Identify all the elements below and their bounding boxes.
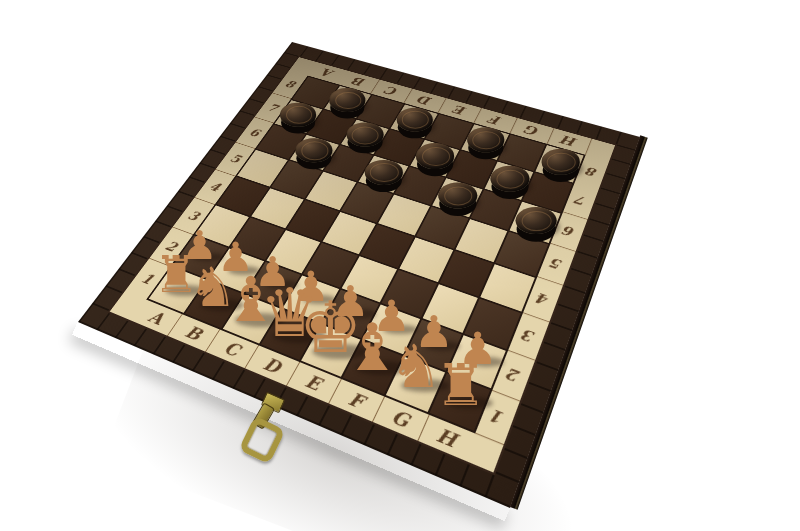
checker-ring-detail [301,142,328,160]
checker-ring-detail [422,147,450,166]
piece-black-checker-b8[interactable] [330,88,365,112]
piece-black-checker-h6[interactable] [516,207,557,234]
checker-ring-detail [335,92,361,110]
product-photo-scene: ABCDEFGH ABCDEFGH 87654321 87654321 ♟♟♟♜… [0,0,800,531]
checker-ring-detail [402,111,429,129]
brass-clasp [243,393,295,465]
piece-black-checker-b6[interactable] [295,138,332,163]
checker-ring-detail [286,106,312,124]
piece-black-checker-c7[interactable] [346,122,383,147]
piece-black-checker-d6[interactable] [365,160,403,186]
piece-black-checker-e7[interactable] [416,143,454,168]
checker-ring-detail [472,131,499,149]
checker-ring-detail [444,186,473,205]
piece-black-checker-h8[interactable] [541,149,580,175]
clasp-ring [238,415,285,464]
checker-ring-detail [496,169,525,188]
piece-white-rook-h1[interactable]: ♜ [435,356,487,414]
checker-ring-detail [522,211,552,231]
checker-ring-detail [370,163,398,182]
piece-black-checker-a7[interactable] [280,103,316,127]
piece-black-checker-g7[interactable] [490,166,529,192]
checker-ring-detail [547,153,575,172]
piece-black-checker-f6[interactable] [438,183,478,209]
checker-ring-detail [352,126,379,144]
